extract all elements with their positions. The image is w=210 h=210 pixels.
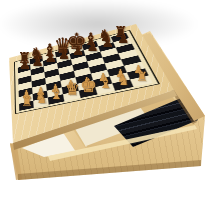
product-photo[interactable]: ♜♞♝♛♚♝♞♜♟♟♟♟♟♟♟♟♟♟♟♟♟♟♟♟♜♞♝♛♚♝♞♜ bbox=[0, 0, 210, 210]
square-b1 bbox=[33, 98, 49, 108]
square-a1 bbox=[19, 101, 34, 111]
